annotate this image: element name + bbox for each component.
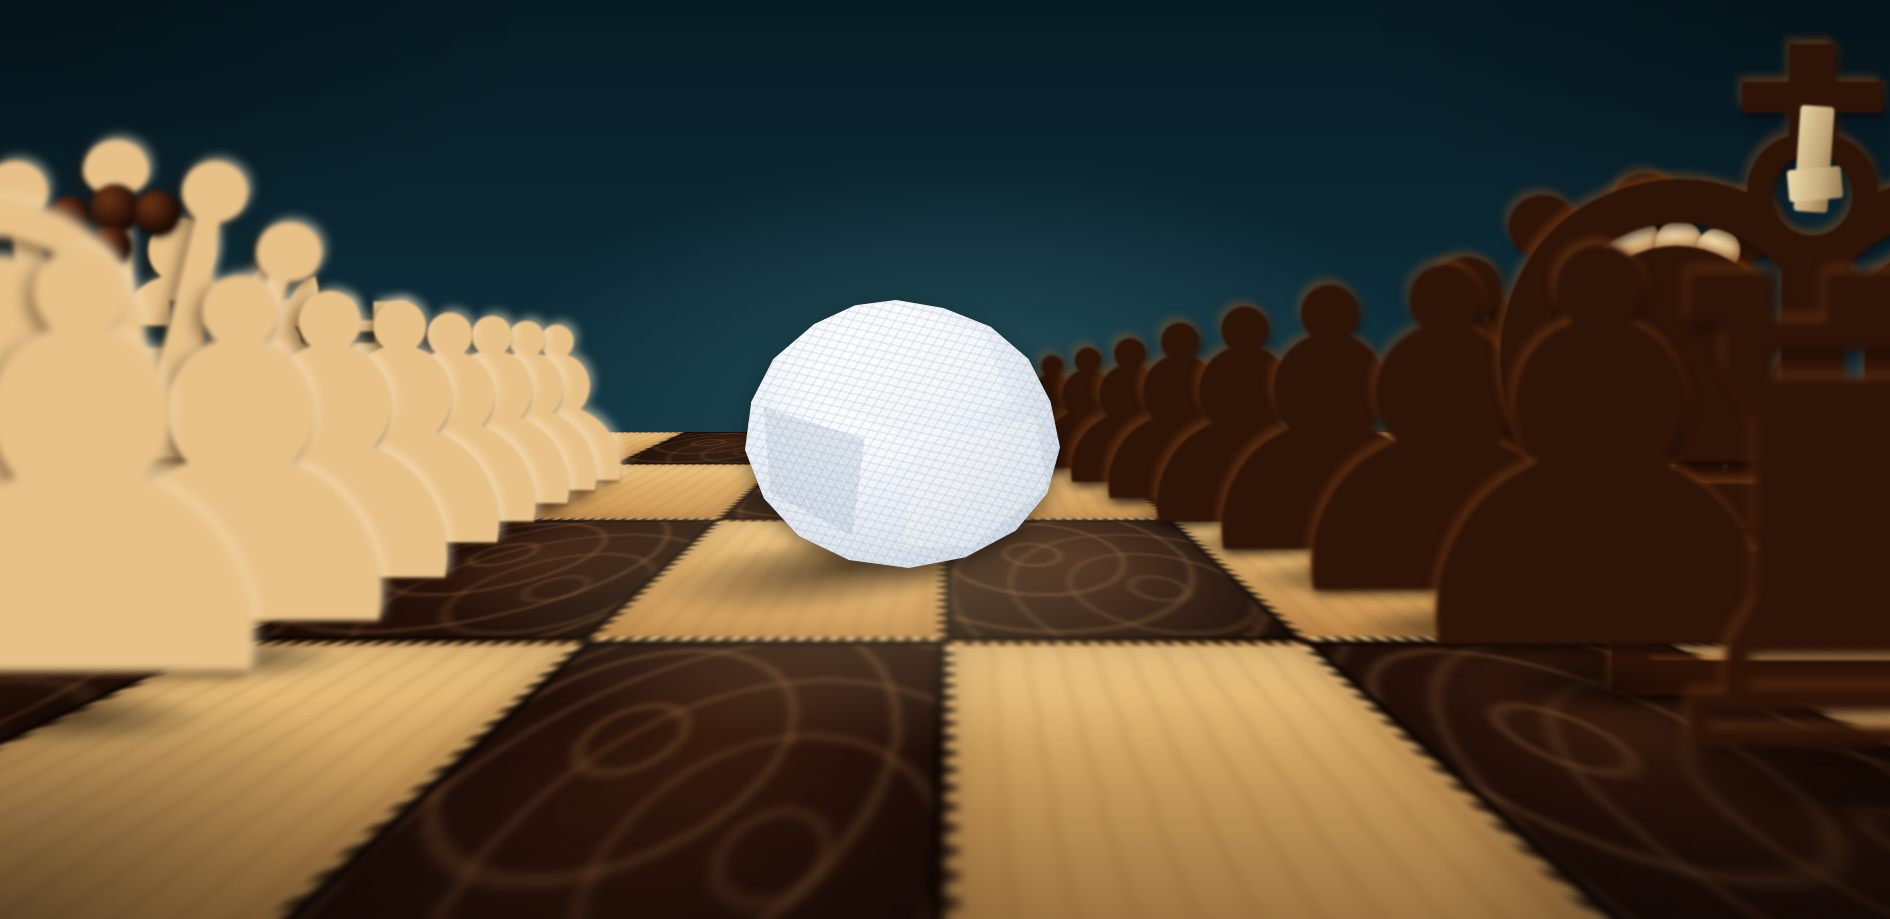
board-square-dark bbox=[1465, 432, 1770, 464]
board-square-dark bbox=[1205, 432, 1440, 464]
board-square-light bbox=[1623, 520, 1890, 641]
board-square-light bbox=[1335, 432, 1605, 464]
board-square-dark bbox=[1397, 520, 1890, 641]
board-square-light bbox=[1275, 464, 1623, 520]
board-square-dark bbox=[1849, 520, 1890, 641]
board-square-dark bbox=[1725, 432, 1890, 464]
black-king-cross-base bbox=[1787, 166, 1844, 203]
fractal-texture bbox=[745, 300, 1060, 568]
board-square-dark bbox=[1770, 464, 1890, 520]
board-square-light bbox=[1595, 432, 1890, 464]
board-square-light bbox=[1605, 464, 1890, 520]
board-square-dark bbox=[1440, 464, 1849, 520]
fractal-polyhedron bbox=[745, 300, 1060, 568]
board-square-light bbox=[1075, 432, 1275, 464]
chess-photo-scene: ♟♟♟♟♟♟♟♟♚♛♝♞♜♟♟♟♟♟♟♟♟♞♛♚♜ bbox=[0, 0, 1890, 919]
